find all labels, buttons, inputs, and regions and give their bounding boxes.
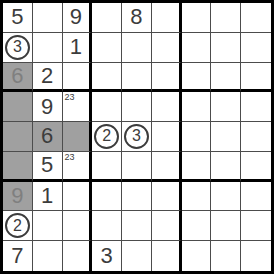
cell-r5c8[interactable] [211, 122, 241, 152]
cell-r6c7[interactable] [182, 152, 212, 182]
cell-r2c5[interactable] [122, 33, 152, 63]
cell-r4c3[interactable]: 23 [63, 92, 93, 122]
puzzle-area: 598316292362352391273 [0, 0, 274, 274]
digit: 1 [41, 185, 53, 207]
cell-r4c1[interactable] [3, 92, 33, 122]
cell-r6c3[interactable]: 23 [63, 152, 93, 182]
cell-r5c3[interactable] [63, 122, 93, 152]
cell-r4c9[interactable] [241, 92, 271, 122]
cell-r6c5[interactable] [122, 152, 152, 182]
corner-clue: 23 [65, 153, 75, 162]
cell-r6c8[interactable] [211, 152, 241, 182]
cell-r6c2[interactable]: 5 [33, 152, 63, 182]
cell-r2c8[interactable] [211, 33, 241, 63]
cell-r7c8[interactable] [211, 182, 241, 212]
cell-r9c4[interactable]: 3 [92, 241, 122, 271]
cell-r7c7[interactable] [182, 182, 212, 212]
cell-r1c8[interactable] [211, 3, 241, 33]
cell-r9c9[interactable] [241, 241, 271, 271]
cell-r7c5[interactable] [122, 182, 152, 212]
digit: 5 [11, 6, 23, 28]
cell-r1c3[interactable]: 9 [63, 3, 93, 33]
cell-r7c3[interactable] [63, 182, 93, 212]
cell-r4c5[interactable] [122, 92, 152, 122]
cell-r2c6[interactable] [152, 33, 182, 63]
cell-r7c4[interactable] [92, 182, 122, 212]
circled-digit: 3 [124, 124, 149, 149]
cell-r8c3[interactable] [63, 211, 93, 241]
cell-r2c7[interactable] [182, 33, 212, 63]
cell-r4c7[interactable] [182, 92, 212, 122]
cell-r5c7[interactable] [182, 122, 212, 152]
cell-r3c3[interactable] [63, 63, 93, 93]
digit: 5 [41, 154, 53, 176]
cell-r5c2[interactable]: 6 [33, 122, 63, 152]
digit: 3 [101, 245, 113, 267]
cell-r8c8[interactable] [211, 211, 241, 241]
cell-r8c7[interactable] [182, 211, 212, 241]
cell-r5c9[interactable] [241, 122, 271, 152]
cell-r3c8[interactable] [211, 63, 241, 93]
cell-r2c9[interactable] [241, 33, 271, 63]
cell-r3c9[interactable] [241, 63, 271, 93]
sudoku-board: 598316292362352391273 [0, 0, 274, 274]
cell-r9c2[interactable] [33, 241, 63, 271]
cell-r5c5[interactable]: 3 [122, 122, 152, 152]
cell-r1c9[interactable] [241, 3, 271, 33]
cell-r8c4[interactable] [92, 211, 122, 241]
cell-r8c9[interactable] [241, 211, 271, 241]
cell-r4c6[interactable] [152, 92, 182, 122]
cell-r8c6[interactable] [152, 211, 182, 241]
cell-r9c7[interactable] [182, 241, 212, 271]
cell-r3c7[interactable] [182, 63, 212, 93]
digit: 1 [70, 36, 82, 58]
cell-r2c3[interactable]: 1 [63, 33, 93, 63]
cell-r5c4[interactable]: 2 [92, 122, 122, 152]
cell-r3c6[interactable] [152, 63, 182, 93]
cell-r7c9[interactable] [241, 182, 271, 212]
circled-digit: 3 [5, 35, 30, 60]
cell-r6c6[interactable] [152, 152, 182, 182]
cell-r5c6[interactable] [152, 122, 182, 152]
cell-r2c4[interactable] [92, 33, 122, 63]
digit: 6 [11, 65, 23, 87]
cell-r1c2[interactable] [33, 3, 63, 33]
digit: 8 [130, 6, 142, 28]
cell-r6c1[interactable] [3, 152, 33, 182]
cell-r3c4[interactable] [92, 63, 122, 93]
cell-r7c2[interactable]: 1 [33, 182, 63, 212]
cell-r9c6[interactable] [152, 241, 182, 271]
cell-r9c3[interactable] [63, 241, 93, 271]
circled-digit: 2 [5, 213, 30, 238]
cell-r9c5[interactable] [122, 241, 152, 271]
cell-r6c4[interactable] [92, 152, 122, 182]
cell-r7c1[interactable]: 9 [3, 182, 33, 212]
cell-r8c5[interactable] [122, 211, 152, 241]
cell-r3c5[interactable] [122, 63, 152, 93]
digit: 9 [41, 96, 53, 118]
cell-r4c8[interactable] [211, 92, 241, 122]
cell-r7c6[interactable] [152, 182, 182, 212]
cell-r3c1[interactable]: 6 [3, 63, 33, 93]
cell-r2c1[interactable]: 3 [3, 33, 33, 63]
digit: 7 [11, 245, 23, 267]
cell-r2c2[interactable] [33, 33, 63, 63]
cell-r8c2[interactable] [33, 211, 63, 241]
cell-r3c2[interactable]: 2 [33, 63, 63, 93]
corner-clue: 23 [65, 93, 75, 102]
cell-r1c4[interactable] [92, 3, 122, 33]
digit: 2 [41, 65, 53, 87]
cell-r8c1[interactable]: 2 [3, 211, 33, 241]
digit: 9 [11, 185, 23, 207]
cell-r4c4[interactable] [92, 92, 122, 122]
cell-r5c1[interactable] [3, 122, 33, 152]
cell-r1c7[interactable] [182, 3, 212, 33]
cell-r1c5[interactable]: 8 [122, 3, 152, 33]
digit: 6 [41, 125, 53, 147]
cell-r1c1[interactable]: 5 [3, 3, 33, 33]
cell-r9c8[interactable] [211, 241, 241, 271]
cell-r6c9[interactable] [241, 152, 271, 182]
cell-r4c2[interactable]: 9 [33, 92, 63, 122]
circled-digit: 2 [94, 124, 119, 149]
cell-r9c1[interactable]: 7 [3, 241, 33, 271]
digit: 9 [70, 6, 82, 28]
cell-r1c6[interactable] [152, 3, 182, 33]
